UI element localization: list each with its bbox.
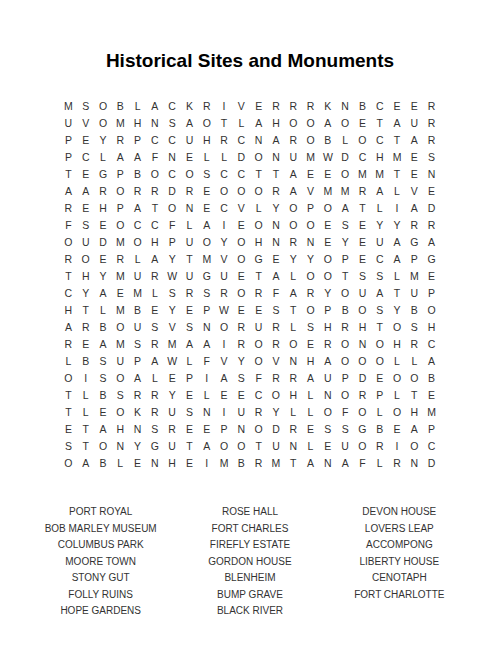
grid-cell[interactable]: K <box>319 98 336 115</box>
grid-cell[interactable]: S <box>146 319 163 336</box>
grid-cell[interactable]: O <box>371 336 388 353</box>
grid-cell[interactable]: N <box>146 115 163 132</box>
grid-cell[interactable]: H <box>164 455 181 472</box>
grid-cell[interactable]: E <box>406 98 423 115</box>
grid-cell[interactable]: O <box>336 115 353 132</box>
grid-cell[interactable]: L <box>146 370 163 387</box>
grid-cell[interactable]: E <box>319 217 336 234</box>
grid-cell[interactable]: C <box>354 149 371 166</box>
grid-cell[interactable]: E <box>164 370 181 387</box>
grid-cell[interactable]: R <box>267 98 284 115</box>
grid-cell[interactable]: B <box>233 455 250 472</box>
grid-cell[interactable]: R <box>215 285 232 302</box>
grid-cell[interactable]: L <box>388 268 405 285</box>
grid-cell[interactable]: A <box>198 438 215 455</box>
grid-cell[interactable]: C <box>423 336 440 353</box>
grid-cell[interactable]: T <box>388 285 405 302</box>
grid-cell[interactable]: S <box>198 166 215 183</box>
grid-cell[interactable]: N <box>267 217 284 234</box>
grid-cell[interactable]: R <box>250 404 267 421</box>
grid-cell[interactable]: M <box>198 251 215 268</box>
grid-cell[interactable]: O <box>181 166 198 183</box>
grid-cell[interactable]: R <box>285 370 302 387</box>
grid-cell[interactable]: U <box>250 319 267 336</box>
grid-cell[interactable]: L <box>250 200 267 217</box>
grid-cell[interactable]: L <box>302 404 319 421</box>
grid-cell[interactable]: S <box>112 387 129 404</box>
grid-cell[interactable]: O <box>319 268 336 285</box>
grid-cell[interactable]: S <box>423 149 440 166</box>
grid-cell[interactable]: R <box>423 132 440 149</box>
grid-cell[interactable]: R <box>267 370 284 387</box>
grid-cell[interactable]: N <box>112 438 129 455</box>
grid-cell[interactable]: O <box>336 336 353 353</box>
grid-cell[interactable]: B <box>77 353 94 370</box>
grid-cell[interactable]: M <box>371 166 388 183</box>
grid-cell[interactable]: O <box>250 336 267 353</box>
grid-cell[interactable]: R <box>112 251 129 268</box>
grid-cell[interactable]: S <box>181 404 198 421</box>
grid-cell[interactable]: P <box>164 234 181 251</box>
grid-cell[interactable]: N <box>198 319 215 336</box>
grid-cell[interactable]: M <box>406 268 423 285</box>
grid-cell[interactable]: H <box>250 234 267 251</box>
grid-cell[interactable]: Y <box>388 217 405 234</box>
grid-cell[interactable]: E <box>233 217 250 234</box>
grid-cell[interactable]: O <box>302 268 319 285</box>
grid-cell[interactable]: O <box>233 234 250 251</box>
grid-cell[interactable]: R <box>423 115 440 132</box>
grid-cell[interactable]: L <box>285 268 302 285</box>
grid-cell[interactable]: A <box>285 285 302 302</box>
grid-cell[interactable]: R <box>146 183 163 200</box>
grid-cell[interactable]: R <box>129 183 146 200</box>
grid-cell[interactable]: P <box>129 353 146 370</box>
grid-cell[interactable]: O <box>215 319 232 336</box>
grid-cell[interactable]: R <box>285 234 302 251</box>
grid-cell[interactable]: R <box>302 98 319 115</box>
grid-cell[interactable]: S <box>354 268 371 285</box>
grid-cell[interactable]: C <box>60 285 77 302</box>
grid-cell[interactable]: O <box>250 217 267 234</box>
grid-cell[interactable]: K <box>129 404 146 421</box>
grid-cell[interactable]: L <box>371 404 388 421</box>
grid-cell[interactable]: N <box>267 234 284 251</box>
grid-cell[interactable]: O <box>94 438 111 455</box>
grid-cell[interactable]: O <box>336 166 353 183</box>
grid-cell[interactable]: T <box>388 132 405 149</box>
grid-cell[interactable]: U <box>354 285 371 302</box>
grid-cell[interactable]: D <box>94 234 111 251</box>
grid-cell[interactable]: M <box>267 455 284 472</box>
grid-cell[interactable]: R <box>60 200 77 217</box>
grid-cell[interactable]: E <box>198 183 215 200</box>
grid-cell[interactable]: H <box>94 200 111 217</box>
grid-cell[interactable]: I <box>198 455 215 472</box>
grid-cell[interactable]: R <box>371 438 388 455</box>
grid-cell[interactable]: A <box>129 200 146 217</box>
grid-cell[interactable]: E <box>319 166 336 183</box>
grid-cell[interactable]: R <box>267 336 284 353</box>
grid-cell[interactable]: O <box>302 302 319 319</box>
grid-cell[interactable]: E <box>354 217 371 234</box>
grid-cell[interactable]: U <box>371 234 388 251</box>
grid-cell[interactable]: F <box>336 404 353 421</box>
grid-cell[interactable]: R <box>406 217 423 234</box>
grid-cell[interactable]: S <box>146 421 163 438</box>
grid-cell[interactable]: C <box>371 251 388 268</box>
grid-cell[interactable]: T <box>146 200 163 217</box>
grid-cell[interactable]: L <box>112 455 129 472</box>
grid-cell[interactable]: B <box>94 455 111 472</box>
grid-cell[interactable]: L <box>129 251 146 268</box>
grid-cell[interactable]: G <box>94 166 111 183</box>
grid-cell[interactable]: I <box>215 404 232 421</box>
grid-cell[interactable]: O <box>302 217 319 234</box>
grid-cell[interactable]: N <box>198 404 215 421</box>
grid-cell[interactable]: O <box>319 404 336 421</box>
grid-cell[interactable]: A <box>250 115 267 132</box>
grid-cell[interactable]: I <box>215 336 232 353</box>
grid-cell[interactable]: T <box>267 166 284 183</box>
grid-cell[interactable]: L <box>285 404 302 421</box>
grid-cell[interactable]: B <box>94 387 111 404</box>
grid-cell[interactable]: L <box>94 302 111 319</box>
grid-cell[interactable]: O <box>198 234 215 251</box>
grid-cell[interactable]: Y <box>215 234 232 251</box>
grid-cell[interactable]: M <box>388 149 405 166</box>
grid-cell[interactable]: R <box>250 285 267 302</box>
grid-cell[interactable]: E <box>94 251 111 268</box>
grid-cell[interactable]: C <box>146 217 163 234</box>
grid-cell[interactable]: Y <box>267 404 284 421</box>
grid-cell[interactable]: P <box>129 132 146 149</box>
grid-cell[interactable]: H <box>406 404 423 421</box>
grid-cell[interactable]: V <box>215 251 232 268</box>
grid-cell[interactable]: R <box>146 387 163 404</box>
grid-cell[interactable]: S <box>164 115 181 132</box>
grid-cell[interactable]: O <box>146 166 163 183</box>
grid-cell[interactable]: A <box>146 353 163 370</box>
grid-cell[interactable]: A <box>129 370 146 387</box>
grid-cell[interactable]: A <box>388 251 405 268</box>
grid-cell[interactable]: M <box>112 268 129 285</box>
grid-cell[interactable]: M <box>215 455 232 472</box>
grid-cell[interactable]: E <box>94 404 111 421</box>
grid-cell[interactable]: E <box>198 421 215 438</box>
grid-cell[interactable]: H <box>285 387 302 404</box>
grid-cell[interactable]: E <box>423 268 440 285</box>
grid-cell[interactable]: A <box>336 455 353 472</box>
grid-cell[interactable]: M <box>112 302 129 319</box>
grid-cell[interactable]: C <box>164 166 181 183</box>
grid-cell[interactable]: L <box>233 115 250 132</box>
grid-cell[interactable]: G <box>406 234 423 251</box>
grid-cell[interactable]: A <box>423 353 440 370</box>
grid-cell[interactable]: A <box>198 336 215 353</box>
grid-cell[interactable]: P <box>198 302 215 319</box>
grid-cell[interactable]: R <box>250 455 267 472</box>
grid-cell[interactable]: O <box>423 302 440 319</box>
grid-cell[interactable]: G <box>146 438 163 455</box>
grid-cell[interactable]: O <box>354 132 371 149</box>
grid-cell[interactable]: T <box>181 251 198 268</box>
grid-cell[interactable]: P <box>215 421 232 438</box>
grid-cell[interactable]: I <box>388 438 405 455</box>
grid-cell[interactable]: O <box>302 132 319 149</box>
grid-cell[interactable]: P <box>423 285 440 302</box>
grid-cell[interactable]: F <box>198 353 215 370</box>
grid-cell[interactable]: R <box>285 98 302 115</box>
grid-cell[interactable]: E <box>406 149 423 166</box>
grid-cell[interactable]: C <box>146 132 163 149</box>
grid-cell[interactable]: A <box>146 98 163 115</box>
grid-cell[interactable]: E <box>181 302 198 319</box>
grid-cell[interactable]: O <box>215 183 232 200</box>
grid-cell[interactable]: H <box>77 268 94 285</box>
grid-cell[interactable]: L <box>336 132 353 149</box>
grid-cell[interactable]: O <box>319 251 336 268</box>
grid-cell[interactable]: R <box>233 336 250 353</box>
grid-cell[interactable]: T <box>215 115 232 132</box>
grid-cell[interactable]: M <box>112 115 129 132</box>
grid-cell[interactable]: L <box>371 455 388 472</box>
grid-cell[interactable]: L <box>198 387 215 404</box>
grid-cell[interactable]: I <box>215 217 232 234</box>
grid-cell[interactable]: V <box>233 200 250 217</box>
grid-cell[interactable]: O <box>233 183 250 200</box>
grid-cell[interactable]: T <box>371 319 388 336</box>
grid-cell[interactable]: O <box>215 438 232 455</box>
grid-cell[interactable]: R <box>354 387 371 404</box>
grid-cell[interactable]: R <box>77 319 94 336</box>
grid-cell[interactable]: M <box>302 149 319 166</box>
grid-cell[interactable]: E <box>198 200 215 217</box>
grid-cell[interactable]: L <box>146 285 163 302</box>
grid-cell[interactable]: O <box>198 115 215 132</box>
grid-cell[interactable]: B <box>112 98 129 115</box>
grid-cell[interactable]: O <box>112 183 129 200</box>
grid-cell[interactable]: R <box>164 421 181 438</box>
grid-cell[interactable]: E <box>77 336 94 353</box>
grid-cell[interactable]: O <box>250 421 267 438</box>
grid-cell[interactable]: R <box>354 183 371 200</box>
grid-cell[interactable]: H <box>60 302 77 319</box>
grid-cell[interactable]: A <box>406 421 423 438</box>
grid-cell[interactable]: N <box>319 455 336 472</box>
grid-cell[interactable]: P <box>112 200 129 217</box>
grid-cell[interactable]: N <box>267 149 284 166</box>
grid-cell[interactable]: V <box>267 353 284 370</box>
grid-cell[interactable]: D <box>354 370 371 387</box>
grid-cell[interactable]: E <box>406 166 423 183</box>
grid-cell[interactable]: Y <box>164 251 181 268</box>
grid-cell[interactable]: O <box>164 200 181 217</box>
grid-cell[interactable]: N <box>129 421 146 438</box>
grid-cell[interactable]: T <box>250 268 267 285</box>
grid-cell[interactable]: C <box>129 217 146 234</box>
grid-cell[interactable]: P <box>60 132 77 149</box>
grid-cell[interactable]: R <box>112 132 129 149</box>
grid-cell[interactable]: S <box>406 319 423 336</box>
grid-cell[interactable]: B <box>94 319 111 336</box>
grid-cell[interactable]: O <box>336 285 353 302</box>
grid-cell[interactable]: S <box>60 438 77 455</box>
grid-cell[interactable]: S <box>164 285 181 302</box>
grid-cell[interactable]: R <box>146 404 163 421</box>
grid-cell[interactable]: A <box>302 370 319 387</box>
grid-cell[interactable]: V <box>164 319 181 336</box>
grid-cell[interactable]: E <box>94 217 111 234</box>
grid-cell[interactable]: C <box>371 98 388 115</box>
grid-cell[interactable]: Y <box>319 285 336 302</box>
grid-cell[interactable]: A <box>94 421 111 438</box>
grid-cell[interactable]: S <box>233 370 250 387</box>
grid-cell[interactable]: E <box>302 421 319 438</box>
grid-cell[interactable]: S <box>319 421 336 438</box>
grid-cell[interactable]: Y <box>388 302 405 319</box>
grid-cell[interactable]: E <box>233 387 250 404</box>
grid-cell[interactable]: Y <box>94 268 111 285</box>
grid-cell[interactable]: A <box>285 166 302 183</box>
grid-cell[interactable]: Y <box>164 387 181 404</box>
grid-cell[interactable]: O <box>94 98 111 115</box>
grid-cell[interactable]: U <box>285 149 302 166</box>
grid-cell[interactable]: D <box>164 183 181 200</box>
grid-cell[interactable]: R <box>146 268 163 285</box>
grid-cell[interactable]: T <box>250 438 267 455</box>
grid-cell[interactable]: N <box>181 200 198 217</box>
grid-cell[interactable]: F <box>354 455 371 472</box>
grid-cell[interactable]: B <box>319 132 336 149</box>
grid-cell[interactable]: R <box>267 183 284 200</box>
grid-cell[interactable]: U <box>60 115 77 132</box>
grid-cell[interactable]: H <box>423 319 440 336</box>
grid-cell[interactable]: O <box>112 319 129 336</box>
grid-cell[interactable]: S <box>371 302 388 319</box>
grid-cell[interactable]: P <box>406 251 423 268</box>
grid-cell[interactable]: U <box>336 438 353 455</box>
grid-cell[interactable]: M <box>354 166 371 183</box>
grid-cell[interactable]: O <box>354 438 371 455</box>
grid-cell[interactable]: I <box>198 370 215 387</box>
grid-cell[interactable]: V <box>215 353 232 370</box>
grid-cell[interactable]: L <box>60 353 77 370</box>
grid-cell[interactable]: B <box>371 421 388 438</box>
grid-cell[interactable]: E <box>388 98 405 115</box>
grid-cell[interactable]: U <box>129 319 146 336</box>
grid-cell[interactable]: D <box>233 149 250 166</box>
grid-cell[interactable]: A <box>146 251 163 268</box>
grid-cell[interactable]: S <box>302 319 319 336</box>
grid-cell[interactable]: O <box>406 370 423 387</box>
grid-cell[interactable]: T <box>77 421 94 438</box>
grid-cell[interactable]: E <box>77 132 94 149</box>
grid-cell[interactable]: H <box>388 336 405 353</box>
grid-cell[interactable]: U <box>406 285 423 302</box>
grid-cell[interactable]: E <box>302 166 319 183</box>
grid-cell[interactable]: L <box>129 98 146 115</box>
grid-cell[interactable]: D <box>336 149 353 166</box>
grid-cell[interactable]: R <box>388 455 405 472</box>
grid-cell[interactable]: E <box>250 98 267 115</box>
grid-cell[interactable]: C <box>164 98 181 115</box>
grid-cell[interactable]: S <box>371 268 388 285</box>
grid-cell[interactable]: N <box>233 421 250 438</box>
grid-cell[interactable]: N <box>285 353 302 370</box>
grid-cell[interactable]: Y <box>302 251 319 268</box>
grid-cell[interactable]: H <box>112 421 129 438</box>
grid-cell[interactable]: T <box>181 438 198 455</box>
grid-cell[interactable]: K <box>181 98 198 115</box>
grid-cell[interactable]: E <box>233 302 250 319</box>
grid-cell[interactable]: G <box>354 421 371 438</box>
grid-cell[interactable]: C <box>233 166 250 183</box>
grid-cell[interactable]: E <box>233 268 250 285</box>
grid-cell[interactable]: A <box>60 319 77 336</box>
grid-cell[interactable]: A <box>267 132 284 149</box>
grid-cell[interactable]: L <box>388 387 405 404</box>
grid-cell[interactable]: A <box>94 285 111 302</box>
grid-cell[interactable]: H <box>198 132 215 149</box>
grid-cell[interactable]: A <box>181 115 198 132</box>
grid-cell[interactable]: O <box>354 302 371 319</box>
grid-cell[interactable]: E <box>181 455 198 472</box>
grid-cell[interactable]: O <box>60 234 77 251</box>
grid-cell[interactable]: L <box>388 183 405 200</box>
grid-cell[interactable]: R <box>198 98 215 115</box>
grid-cell[interactable]: R <box>406 336 423 353</box>
grid-cell[interactable]: U <box>164 438 181 455</box>
grid-cell[interactable]: E <box>388 421 405 438</box>
grid-cell[interactable]: H <box>354 319 371 336</box>
grid-cell[interactable]: E <box>181 149 198 166</box>
grid-cell[interactable]: F <box>164 217 181 234</box>
grid-cell[interactable]: A <box>406 200 423 217</box>
grid-cell[interactable]: G <box>250 251 267 268</box>
grid-cell[interactable]: A <box>336 200 353 217</box>
grid-cell[interactable]: S <box>181 319 198 336</box>
grid-cell[interactable]: E <box>354 115 371 132</box>
grid-cell[interactable]: A <box>198 217 215 234</box>
grid-cell[interactable]: L <box>302 438 319 455</box>
grid-cell[interactable]: E <box>77 200 94 217</box>
grid-cell[interactable]: P <box>112 166 129 183</box>
grid-cell[interactable]: M <box>129 285 146 302</box>
grid-cell[interactable]: N <box>146 455 163 472</box>
grid-cell[interactable]: A <box>371 183 388 200</box>
grid-cell[interactable]: D <box>423 200 440 217</box>
grid-cell[interactable]: L <box>181 217 198 234</box>
grid-cell[interactable]: O <box>94 115 111 132</box>
grid-cell[interactable]: O <box>233 285 250 302</box>
grid-cell[interactable]: Y <box>285 251 302 268</box>
grid-cell[interactable]: E <box>60 421 77 438</box>
grid-cell[interactable]: U <box>215 268 232 285</box>
grid-cell[interactable]: H <box>267 115 284 132</box>
grid-cell[interactable]: E <box>354 234 371 251</box>
grid-cell[interactable]: L <box>215 149 232 166</box>
grid-cell[interactable]: D <box>267 421 284 438</box>
grid-cell[interactable]: Y <box>371 217 388 234</box>
grid-cell[interactable]: R <box>129 387 146 404</box>
grid-cell[interactable]: L <box>77 404 94 421</box>
grid-cell[interactable]: L <box>198 149 215 166</box>
grid-cell[interactable]: B <box>336 302 353 319</box>
grid-cell[interactable]: C <box>77 149 94 166</box>
grid-cell[interactable]: C <box>423 438 440 455</box>
grid-cell[interactable]: O <box>233 438 250 455</box>
